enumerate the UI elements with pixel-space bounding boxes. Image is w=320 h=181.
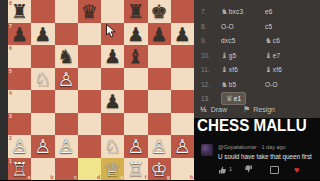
white-move-cell[interactable]: ♝g5 xyxy=(221,51,261,60)
black-move-cell[interactable]: c5 xyxy=(265,23,317,30)
reply-icon[interactable] xyxy=(270,166,279,174)
move-san: b5 xyxy=(229,81,237,88)
square-h2[interactable]: ♙ xyxy=(171,135,194,158)
move-san: O-O xyxy=(221,23,234,30)
white-piece-e2: ♘ xyxy=(101,135,124,158)
square-b5[interactable]: ♘ xyxy=(31,68,54,91)
move-san: c5 xyxy=(265,23,272,30)
square-f7[interactable]: ♟ xyxy=(124,23,147,46)
lower-overlay-zone: CHESS MALLU @Gopalakumar · 1 day ago U s… xyxy=(194,118,320,180)
move-san: e7 xyxy=(273,52,281,59)
piece-figurine-icon: ♞ xyxy=(221,7,228,16)
move-number: 9. xyxy=(194,37,221,44)
square-g3[interactable] xyxy=(148,113,171,136)
comment-actions: 1 ♥ xyxy=(218,165,318,175)
white-piece-h2: ♙ xyxy=(171,135,194,158)
file-label-d: d xyxy=(97,174,100,180)
move-san: xf6 xyxy=(229,66,238,73)
white-move-cell[interactable]: ♝xf6 xyxy=(221,65,261,74)
chess-board[interactable]: 8♜♛♜♚7♟♟♟♟♟6♞♟♝5♘♙4♟32♙♙♙♘♙♙♙1a♖bcde♕f♖g… xyxy=(8,0,194,180)
square-g2[interactable]: ♙ xyxy=(148,135,171,158)
resign-button[interactable]: Resign xyxy=(253,106,275,113)
square-e3[interactable] xyxy=(101,113,124,136)
piece-figurine-icon: ♞ xyxy=(221,80,228,89)
black-move-cell[interactable]: ♝e7 xyxy=(265,51,317,60)
square-d1[interactable]: d xyxy=(78,158,101,181)
square-c3[interactable] xyxy=(55,113,78,136)
move-list: 6.♘e2♝xc37.♞bxc3e68.O-Oc59.dxc5♞c610.♝g5… xyxy=(194,0,320,106)
black-piece-d8: ♛ xyxy=(78,0,101,23)
creator-heart-icon[interactable]: ♥ xyxy=(294,165,299,175)
video-frame: 8♜♛♜♚7♟♟♟♟♟6♞♟♝5♘♙4♟32♙♙♙♘♙♙♙1a♖bcde♕f♖g… xyxy=(0,0,320,180)
square-c4[interactable] xyxy=(55,90,78,113)
white-move-cell[interactable]: dxc5 xyxy=(221,37,261,44)
square-e5[interactable] xyxy=(101,68,124,91)
black-piece-f7: ♟ xyxy=(124,23,147,46)
square-f3[interactable] xyxy=(124,113,147,136)
square-f5[interactable] xyxy=(124,68,147,91)
file-label-e: e xyxy=(120,174,123,180)
rank-label-5: 5 xyxy=(9,68,12,74)
square-d2[interactable] xyxy=(78,135,101,158)
move-number: 7. xyxy=(194,8,221,15)
move-row-9: 9.dxc5♞c6 xyxy=(194,34,320,49)
square-b1[interactable]: b xyxy=(31,158,54,181)
square-a2[interactable]: 2♙ xyxy=(8,135,31,158)
black-piece-h7: ♟ xyxy=(171,23,194,46)
piece-figurine-icon: ♝ xyxy=(221,65,228,74)
left-edge-strip xyxy=(0,0,8,180)
move-row-11: 11.♝xf6♝xf6 xyxy=(194,63,320,78)
square-a5[interactable]: 5 xyxy=(8,68,31,91)
white-move-cell[interactable]: ♞b5 xyxy=(221,80,261,89)
piece-figurine-icon: ♘ xyxy=(221,0,228,2)
rank-label-1: 1 xyxy=(9,158,12,164)
comment-author-time[interactable]: @Gopalakumar · 1 day ago xyxy=(218,144,286,150)
rank-label-3: 3 xyxy=(9,113,12,119)
move-number: 12. xyxy=(194,81,221,88)
square-c8[interactable] xyxy=(55,0,78,23)
square-b8[interactable] xyxy=(31,0,54,23)
channel-name-text: CHESS MALLU xyxy=(197,116,310,135)
square-b4[interactable] xyxy=(31,90,54,113)
square-h1[interactable]: h xyxy=(171,158,194,181)
like-icon[interactable] xyxy=(218,166,226,174)
square-c7[interactable] xyxy=(55,23,78,46)
move-number: 11. xyxy=(194,66,221,73)
rank-label-2: 2 xyxy=(9,135,12,141)
black-move-cell[interactable]: ♝xc3 xyxy=(265,0,317,2)
piece-figurine-icon: ♝ xyxy=(221,51,228,60)
black-piece-g7: ♟ xyxy=(148,23,171,46)
square-g4[interactable] xyxy=(148,90,171,113)
square-g6[interactable] xyxy=(148,45,171,68)
move-row-10: 10.♝g5♝e7 xyxy=(194,48,320,63)
move-san: e2 xyxy=(229,0,237,1)
square-h8[interactable] xyxy=(171,0,194,23)
square-g8[interactable]: ♚ xyxy=(148,0,171,23)
square-d3[interactable] xyxy=(78,113,101,136)
move-number: 6. xyxy=(194,0,221,1)
file-label-c: c xyxy=(74,174,77,180)
white-move-cell[interactable]: ♞bxc3 xyxy=(221,7,261,16)
move-number: 8. xyxy=(194,23,221,30)
file-label-b: b xyxy=(50,174,53,180)
square-c1[interactable]: c xyxy=(55,158,78,181)
square-h6[interactable] xyxy=(171,45,194,68)
square-d5[interactable] xyxy=(78,68,101,91)
square-f2[interactable]: ♙ xyxy=(124,135,147,158)
square-f8[interactable]: ♜ xyxy=(124,0,147,23)
dislike-icon[interactable] xyxy=(245,165,253,173)
black-piece-b7: ♟ xyxy=(31,23,54,46)
square-h3[interactable] xyxy=(171,113,194,136)
square-g5[interactable] xyxy=(148,68,171,91)
resign-flag-icon[interactable]: ⚑ xyxy=(243,105,250,114)
square-f1[interactable]: f♖ xyxy=(124,158,147,181)
move-row-8: 8.O-Oc5 xyxy=(194,19,320,34)
move-san: g5 xyxy=(229,52,237,59)
move-list-panel: 6.♘e2♝xc37.♞bxc3e68.O-Oc59.dxc5♞c610.♝g5… xyxy=(194,0,320,118)
square-e2[interactable]: ♘ xyxy=(101,135,124,158)
white-piece-c5: ♙ xyxy=(55,68,78,91)
square-e4[interactable]: ♟ xyxy=(101,90,124,113)
square-a6[interactable]: 6 xyxy=(8,45,31,68)
piece-figurine-icon: ♝ xyxy=(265,65,272,74)
square-c6[interactable]: ♞ xyxy=(55,45,78,68)
rank-label-6: 6 xyxy=(9,45,12,51)
white-piece-c2: ♙ xyxy=(55,135,78,158)
draw-button[interactable]: Draw xyxy=(211,106,227,113)
rank-label-8: 8 xyxy=(9,0,12,6)
file-label-h: h xyxy=(190,174,193,180)
move-san: bxc3 xyxy=(229,8,244,15)
square-h7[interactable]: ♟ xyxy=(171,23,194,46)
square-e6[interactable]: ♟ xyxy=(101,45,124,68)
piece-figurine-icon: ♝ xyxy=(265,0,272,2)
square-b7[interactable]: ♟ xyxy=(31,23,54,46)
black-piece-f6: ♝ xyxy=(124,45,147,68)
square-b3[interactable] xyxy=(31,113,54,136)
move-san: O-O xyxy=(265,81,278,88)
square-c5[interactable]: ♙ xyxy=(55,68,78,91)
square-a7[interactable]: 7♟ xyxy=(8,23,31,46)
move-san: c6 xyxy=(273,37,280,44)
square-a8[interactable]: 8♜ xyxy=(8,0,31,23)
black-move-cell[interactable]: ♞c6 xyxy=(265,36,317,45)
move-number: 10. xyxy=(194,52,221,59)
black-piece-g8: ♚ xyxy=(148,0,171,23)
square-g1[interactable]: g♔ xyxy=(148,158,171,181)
black-piece-e6: ♟ xyxy=(101,45,124,68)
piece-figurine-icon: ♞ xyxy=(265,36,272,45)
black-move-cell[interactable]: O-O xyxy=(265,81,317,88)
square-b2[interactable]: ♙ xyxy=(31,135,54,158)
mouse-cursor-icon xyxy=(106,24,117,38)
move-san: e6 xyxy=(265,8,273,15)
white-move-cell[interactable]: O-O xyxy=(221,23,261,30)
square-e8[interactable] xyxy=(101,0,124,23)
comment-text: U sould have take that queen first xyxy=(218,153,312,160)
rank-label-4: 4 xyxy=(9,90,12,96)
square-h5[interactable] xyxy=(171,68,194,91)
square-d7[interactable] xyxy=(78,23,101,46)
black-piece-f8: ♜ xyxy=(124,0,147,23)
square-f4[interactable] xyxy=(124,90,147,113)
black-piece-e4: ♟ xyxy=(101,90,124,113)
square-b6[interactable] xyxy=(31,45,54,68)
square-f6[interactable]: ♝ xyxy=(124,45,147,68)
square-d8[interactable]: ♛ xyxy=(78,0,101,23)
move-row-7: 7.♞bxc3e6 xyxy=(194,5,320,20)
move-san: xf6 xyxy=(273,66,282,73)
black-piece-c6: ♞ xyxy=(55,45,78,68)
white-piece-b5: ♘ xyxy=(31,68,54,91)
black-move-cell[interactable]: e6 xyxy=(265,8,317,15)
move-san: dxc5 xyxy=(221,37,236,44)
piece-figurine-icon: ♝ xyxy=(265,51,272,60)
black-move-cell[interactable]: ♝xf6 xyxy=(265,65,317,74)
white-piece-b2: ♙ xyxy=(31,135,54,158)
white-piece-g2: ♙ xyxy=(148,135,171,158)
square-c2[interactable]: ♙ xyxy=(55,135,78,158)
square-h4[interactable] xyxy=(171,90,194,113)
file-label-f: f xyxy=(145,174,147,180)
rank-label-7: 7 xyxy=(9,23,12,29)
file-label-g: g xyxy=(167,174,170,180)
commenter-avatar[interactable] xyxy=(201,144,213,156)
square-d6[interactable] xyxy=(78,45,101,68)
move-san: xc3 xyxy=(273,0,284,1)
square-a4[interactable]: 4 xyxy=(8,90,31,113)
square-a1[interactable]: 1a♖ xyxy=(8,158,31,181)
square-d4[interactable] xyxy=(78,90,101,113)
square-a3[interactable]: 3 xyxy=(8,113,31,136)
square-e1[interactable]: e♕ xyxy=(101,158,124,181)
move-row-12: 12.♞b5O-O xyxy=(194,77,320,92)
white-piece-f2: ♙ xyxy=(124,135,147,158)
square-g7[interactable]: ♟ xyxy=(148,23,171,46)
draw-half-icon[interactable]: ½ xyxy=(200,105,207,114)
like-count: 1 xyxy=(229,166,232,172)
white-move-cell[interactable]: ♘e2 xyxy=(221,0,261,2)
file-label-a: a xyxy=(27,174,30,180)
